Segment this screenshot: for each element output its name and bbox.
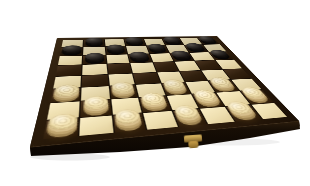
square-a6 <box>58 56 83 66</box>
square-c6 <box>106 54 129 63</box>
square-a7 <box>60 47 83 56</box>
square-b5 <box>83 64 108 75</box>
square-c5 <box>107 63 132 74</box>
checker-black-man <box>197 36 216 42</box>
checker-light-man <box>140 92 167 105</box>
checkers-set-photo <box>0 0 310 186</box>
checker-black-man <box>147 44 166 51</box>
checker-light-man <box>114 109 142 125</box>
square-a3 <box>50 88 80 103</box>
square-d6 <box>128 54 152 63</box>
brass-clasp <box>184 134 202 142</box>
square-b1 <box>80 115 113 136</box>
checker-black-man <box>125 37 143 43</box>
square-c7 <box>105 46 127 54</box>
checker-light-man <box>54 84 80 97</box>
checker-black-man <box>85 53 105 61</box>
checker-black-man <box>162 37 180 43</box>
checker-black-man <box>129 52 149 60</box>
checker-black-man <box>62 45 82 52</box>
square-d8 <box>124 39 145 46</box>
square-a1 <box>43 118 79 139</box>
square-c3 <box>110 85 138 99</box>
square-b4 <box>82 74 108 87</box>
checker-light-man <box>111 81 135 93</box>
square-d2 <box>139 96 170 112</box>
checker-black-man <box>85 38 103 44</box>
square-d4 <box>133 72 160 84</box>
checker-black-man <box>106 44 125 51</box>
square-b8 <box>84 39 105 46</box>
square-d5 <box>131 62 156 72</box>
square-b2 <box>81 100 112 117</box>
square-a5 <box>56 65 82 76</box>
checker-light-man <box>83 96 109 110</box>
square-b6 <box>83 55 106 65</box>
square-d1 <box>143 111 177 130</box>
square-c1 <box>113 113 146 133</box>
